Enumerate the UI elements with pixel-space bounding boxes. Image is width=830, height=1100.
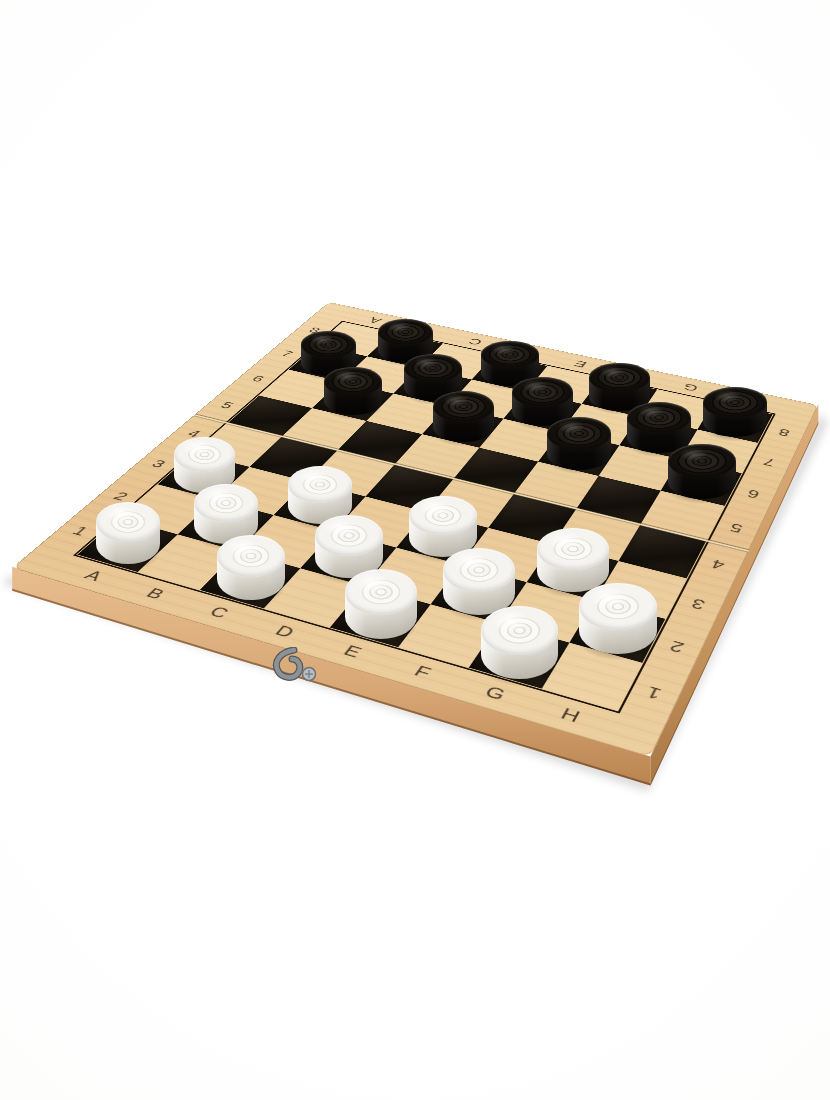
piece-top: ⛂: [512, 377, 573, 407]
piece-top: ⛀: [96, 502, 160, 542]
checker-white-g1[interactable]: ⛀: [481, 606, 558, 679]
piece-top: ⛀: [481, 606, 558, 655]
checker-black-h6[interactable]: ⛂: [668, 444, 736, 499]
checker-black-h8[interactable]: ⛂: [703, 387, 767, 437]
file-label-h: H: [548, 700, 593, 731]
piece-top: ⛂: [703, 387, 767, 417]
piece-top: ⛀: [345, 569, 418, 615]
right-rank-label-7: 7: [753, 453, 786, 472]
piece-top: ⛂: [301, 331, 356, 358]
right-rank-label-4: 4: [699, 553, 737, 577]
checker-black-f6[interactable]: ⛂: [547, 417, 611, 470]
piece-top: ⛂: [481, 341, 539, 368]
piece-top: ⛂: [378, 319, 433, 345]
file-label-d: D: [262, 618, 307, 645]
piece-top: ⛀: [288, 466, 352, 503]
piece-top: ⛀: [315, 515, 383, 556]
checker-white-c1[interactable]: ⛀: [217, 535, 285, 601]
piece-top: ⛂: [433, 391, 494, 422]
photo-scene: AABBCCDDEEFFGGHH1122334455667788 ⛂⛂⛂⛂⛂⛂⛂…: [0, 0, 830, 1100]
piece-top: ⛀: [537, 528, 609, 570]
checker-white-e1[interactable]: ⛀: [345, 569, 418, 638]
file-label-b: B: [133, 581, 178, 606]
checker-black-b6[interactable]: ⛂: [324, 367, 382, 415]
file-label-f: F: [400, 657, 445, 686]
latch-hook-icon: [269, 647, 323, 699]
piece-top: ⛂: [404, 354, 462, 382]
right-rank-label-1: 1: [632, 678, 675, 708]
checker-black-d6[interactable]: ⛂: [433, 391, 494, 442]
piece-top: ⛀: [194, 484, 258, 522]
right-rank-label-5: 5: [718, 517, 754, 539]
piece-top: ⛂: [324, 367, 382, 396]
checker-white-h2[interactable]: ⛀: [579, 583, 656, 654]
checker-white-a1[interactable]: ⛀: [96, 502, 160, 564]
piece-top: ⛀: [579, 583, 656, 630]
piece-top: ⛂: [627, 402, 691, 433]
piece-top: ⛀: [409, 496, 477, 535]
checker-white-f2[interactable]: ⛀: [443, 548, 516, 615]
piece-top: ⛀: [443, 548, 516, 592]
right-rank-label-3: 3: [679, 591, 718, 616]
far-file-label-g: G: [675, 379, 706, 395]
piece-top: ⛂: [668, 444, 736, 479]
piece-top: ⛀: [217, 535, 285, 578]
piece-top: ⛀: [174, 437, 235, 472]
piece-top: ⛂: [589, 363, 650, 392]
piece-top: ⛂: [547, 417, 611, 450]
